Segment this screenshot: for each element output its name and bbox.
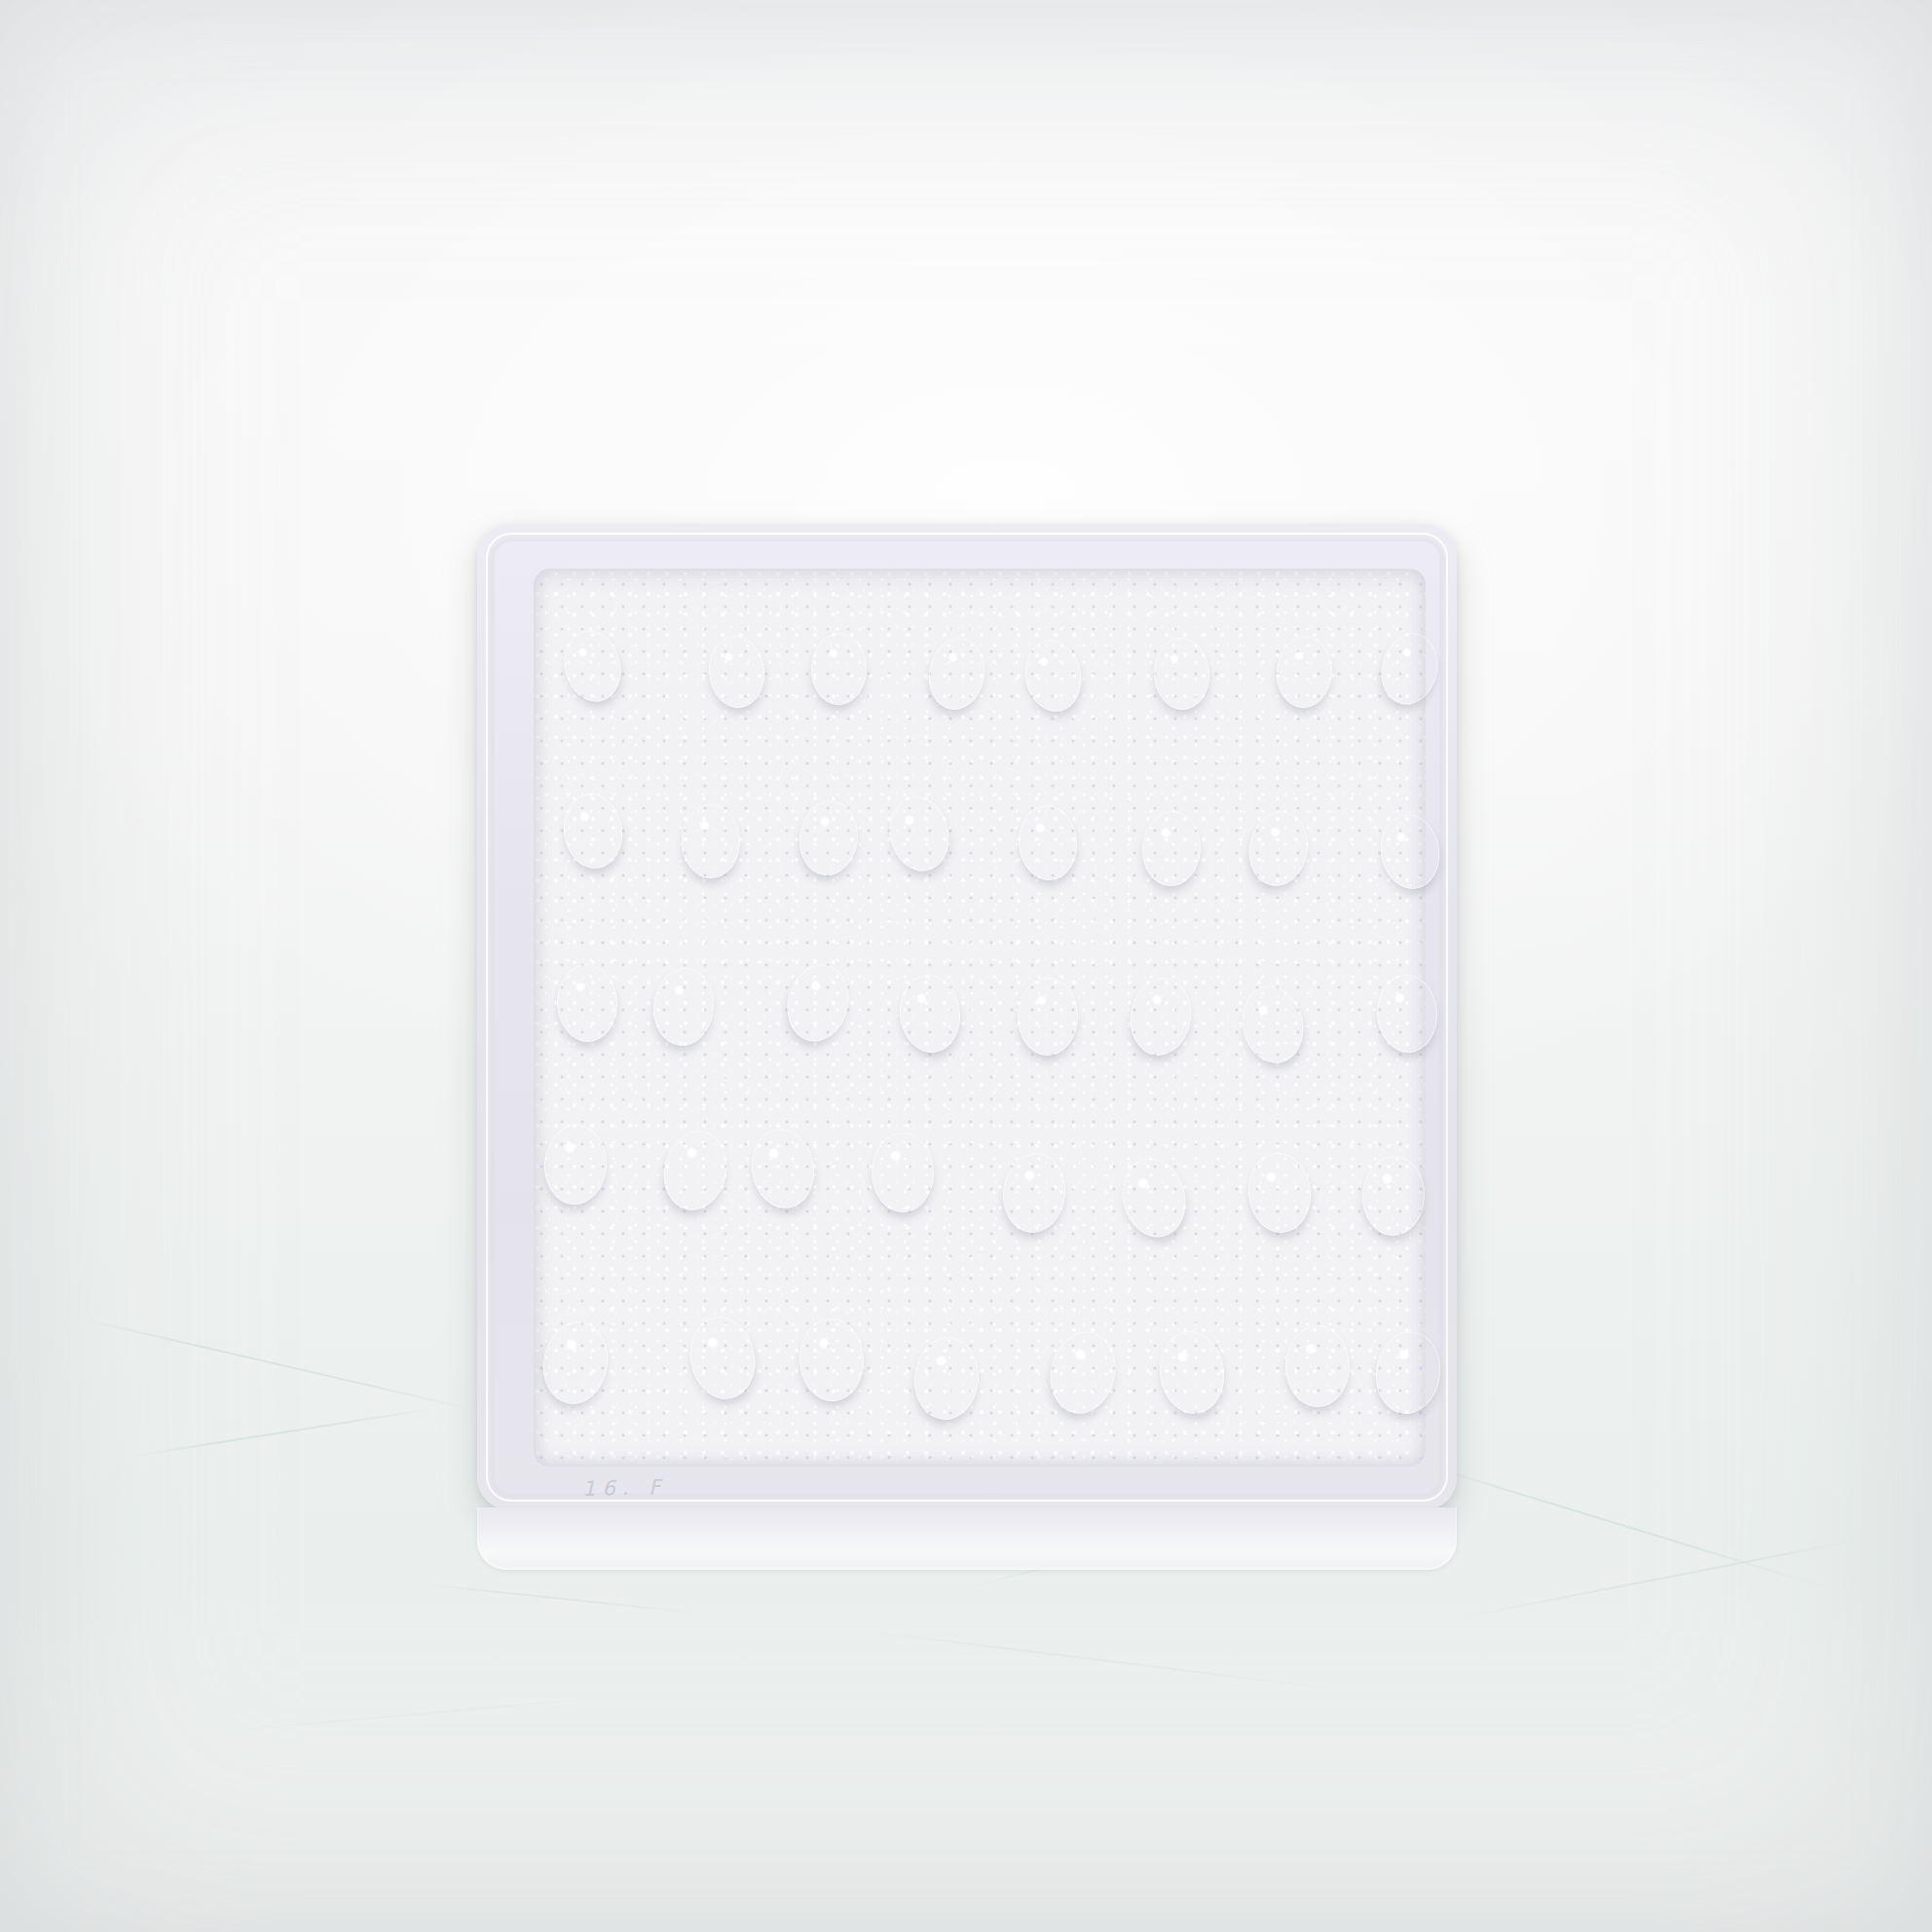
crystal-stud <box>1125 974 1197 1060</box>
crystal-stud <box>1285 1673 1350 1756</box>
crystal-stud <box>1274 634 1335 710</box>
crystal-stud <box>798 1678 866 1764</box>
crystal-stud <box>537 1317 613 1409</box>
rim-marking: 16. F <box>582 1475 668 1501</box>
crystal-stud <box>871 1867 934 1932</box>
scratch-line <box>1455 1538 1866 1619</box>
crystal-stud <box>1140 809 1202 887</box>
crystal-stud <box>746 1867 820 1932</box>
crystal-stud <box>1114 1151 1194 1244</box>
crystal-stud <box>541 1123 609 1207</box>
crystal-stud <box>1375 628 1445 711</box>
box-reflection: 16. F <box>477 1570 1457 1932</box>
crystal-stud <box>1042 1660 1123 1755</box>
crystal-stud <box>911 1658 983 1746</box>
crystal-stud <box>795 797 863 878</box>
crystal-stud <box>537 1672 613 1765</box>
crystal-stud <box>1361 1155 1427 1238</box>
crystal-stud <box>798 1317 866 1402</box>
crystal-stud <box>541 1874 609 1932</box>
crystal-stud <box>882 791 955 876</box>
crystal-stud <box>924 634 991 714</box>
crystal-stud <box>1243 806 1314 891</box>
box-front-edge <box>477 1507 1457 1570</box>
crystal-stud <box>810 632 869 706</box>
crystal-stud <box>779 958 857 1049</box>
crystal-stud <box>684 1676 762 1769</box>
studs-grid <box>477 524 1457 1510</box>
crystal-stud <box>1042 1324 1123 1419</box>
crystal-stud <box>1155 1662 1230 1753</box>
studs-grid <box>477 1570 1457 1932</box>
scratch-line <box>73 1317 481 1413</box>
crystal-stud <box>1371 1662 1446 1753</box>
crystal-stud <box>746 1124 820 1212</box>
crystal-stud <box>1371 1326 1446 1417</box>
crystal-stud <box>1375 809 1445 893</box>
crystal-stud <box>998 1149 1069 1237</box>
crystal-stud <box>1245 1150 1315 1237</box>
crystal-stud <box>1153 637 1212 711</box>
crystal-stud <box>895 972 964 1057</box>
photo-scene: 16. F 16. F <box>0 0 1932 1932</box>
crystal-stud <box>1017 977 1078 1056</box>
crystal-stud <box>682 804 740 879</box>
crystal-stud <box>911 1334 983 1422</box>
scratch-line <box>129 1407 436 1458</box>
crystal-stud <box>557 624 628 707</box>
crystal-stud <box>998 1843 1069 1931</box>
crystal-stud <box>1374 973 1439 1055</box>
display-box: 16. F <box>477 524 1457 1510</box>
crystal-stud <box>656 1864 734 1932</box>
crystal-stud <box>656 1125 734 1216</box>
scratch-line <box>1402 1457 1840 1592</box>
crystal-stud <box>1020 635 1088 716</box>
crystal-stud <box>1016 802 1080 882</box>
crystal-stud <box>559 790 627 872</box>
crystal-stud <box>650 965 718 1049</box>
crystal-stud <box>684 1311 762 1404</box>
crystal-stud <box>706 633 768 710</box>
crystal-stud <box>1155 1326 1230 1417</box>
crystal-stud <box>1285 1325 1350 1408</box>
crystal-stud <box>1235 980 1310 1068</box>
crystal-stud <box>1245 1844 1315 1931</box>
crystal-stud <box>871 1132 934 1212</box>
crystal-stud <box>1361 1843 1427 1926</box>
crystal-stud <box>1114 1836 1194 1928</box>
rim-marking: 16. F <box>582 1579 668 1605</box>
crystal-stud <box>556 963 619 1043</box>
